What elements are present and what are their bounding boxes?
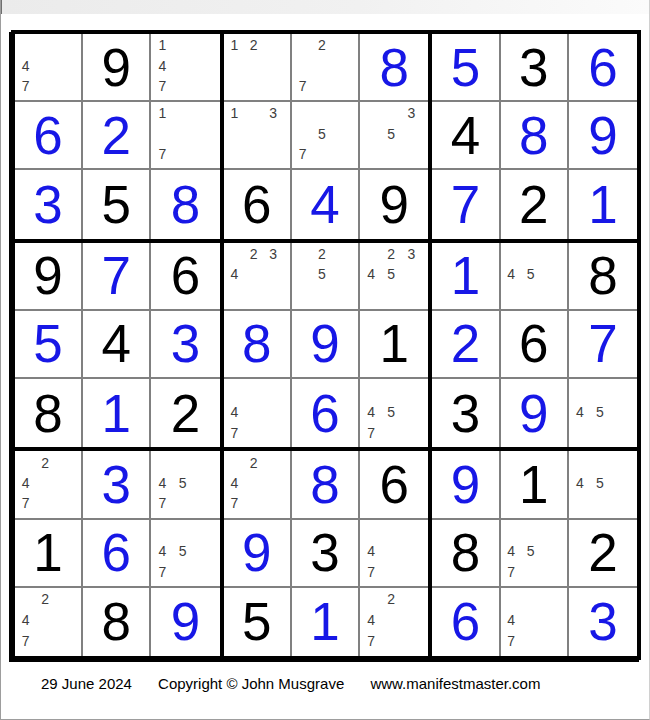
pencil-digit: 4 [152,55,172,75]
entered-digit: 1 [102,387,131,440]
cell-r5c6[interactable]: 1 [360,311,428,379]
pencil-marks: 17 [152,103,212,164]
pencil-digit: 4 [361,541,381,561]
cell-r3c8[interactable]: 2 [501,170,569,238]
entered-digit: 5 [33,317,62,370]
pencil-digit: 5 [312,264,331,284]
pencil-digit: 7 [293,144,312,164]
pencil-marks: 247 [361,589,421,652]
window-top-strip [1,0,649,14]
cell-r6c7[interactable]: 3 [432,379,500,447]
pencil-digit: 4 [152,473,172,493]
entered-digit: 1 [310,595,339,648]
given-digit: 8 [588,249,617,302]
footer-date: 29 June 2024 [41,675,132,692]
pencil-marks: 47 [16,35,74,96]
pencil-digit: 4 [502,541,521,561]
given-digit: 5 [242,595,271,648]
cell-r5c4[interactable]: 8 [224,311,292,379]
entered-digit: 6 [451,595,480,648]
pencil-digit: 4 [152,541,172,561]
cell-r7c5[interactable]: 8 [292,451,360,519]
entered-digit: 2 [451,317,480,370]
cell-r1c6[interactable]: 8 [360,34,428,102]
pencil-digit: 5 [173,473,193,493]
given-digit: 5 [102,178,131,231]
pencil-marks: 457 [502,521,560,582]
pencil-marks: 13 [225,103,283,164]
pencil-digit: 3 [263,103,282,123]
cell-r7c7[interactable]: 9 [432,451,500,519]
entered-digit: 6 [310,387,339,440]
given-digit: 8 [33,387,62,440]
entered-digit: 5 [451,41,480,94]
pencil-digit: 7 [152,561,172,581]
pencil-digit: 2 [244,244,263,264]
entered-digit: 9 [451,458,480,511]
given-digit: 9 [102,41,131,94]
pencil-digit: 5 [381,124,401,144]
pencil-digit: 7 [225,422,244,443]
cell-r8c8[interactable]: 457 [501,520,569,588]
pencil-marks: 45 [502,244,560,305]
cell-r8c4[interactable]: 9 [224,520,292,588]
pencil-digit: 2 [312,244,331,264]
cell-r7c6[interactable]: 6 [360,451,428,519]
entered-digit: 6 [588,41,617,94]
cell-r6c6[interactable]: 457 [360,379,428,447]
cell-r3c9[interactable]: 1 [569,170,637,238]
pencil-digit: 4 [502,264,521,284]
given-digit: 3 [451,387,480,440]
cell-r1c5[interactable]: 27 [292,34,360,102]
given-digit: 8 [102,595,131,648]
cell-r2c9[interactable]: 9 [569,102,637,170]
footer-website: www.manifestmaster.com [370,675,540,692]
cell-r8c2[interactable]: 6 [83,520,151,588]
pencil-digit: 2 [381,244,401,264]
cell-r3c4[interactable]: 6 [224,170,292,238]
pencil-digit: 4 [225,473,244,493]
cell-r5c5[interactable]: 9 [292,311,360,379]
pencil-marks: 457 [361,380,421,443]
cell-r2c1[interactable]: 6 [15,102,83,170]
cell-r7c8[interactable]: 1 [501,451,569,519]
pencil-digit: 4 [361,401,381,422]
pencil-digit: 5 [381,264,401,284]
pencil-marks: 247 [16,452,74,513]
footer: 29 June 2024 Copyright © John Musgrave w… [41,675,540,692]
pencil-digit: 2 [244,35,263,55]
entered-digit: 1 [451,249,480,302]
cell-r3c6[interactable]: 9 [360,170,428,238]
box-2: 12278135735649 [222,32,431,241]
box-5: 234252345891476457 [222,241,431,450]
pencil-marks: 47 [502,589,560,652]
pencil-marks: 57 [293,103,351,164]
box-9: 9145845726473 [430,449,639,658]
pencil-digit: 2 [381,589,401,610]
cell-r7c9[interactable]: 45 [569,451,637,519]
given-digit: 3 [310,526,339,579]
cell-r6c5[interactable]: 6 [292,379,360,447]
pencil-marks: 457 [152,452,212,513]
pencil-digit: 5 [312,124,331,144]
cell-r9c7[interactable]: 6 [432,588,500,656]
cell-r9c2[interactable]: 8 [83,588,151,656]
cell-r9c5[interactable]: 1 [292,588,360,656]
pencil-digit: 7 [361,422,381,443]
pencil-digit: 5 [590,473,610,493]
cell-r3c7[interactable]: 7 [432,170,500,238]
cell-r4c8[interactable]: 45 [501,243,569,311]
entered-digit: 8 [171,178,200,231]
pencil-digit: 5 [521,541,540,561]
cell-r8c7[interactable]: 8 [432,520,500,588]
pencil-marks: 457 [152,521,212,582]
cell-r1c7[interactable]: 5 [432,34,500,102]
entered-digit: 8 [310,458,339,511]
pencil-marks: 12 [225,35,283,96]
cell-r1c1[interactable]: 47 [15,34,83,102]
sudoku-grid: 4791476217358122781357356495364897219765… [11,30,641,660]
cell-r6c8[interactable]: 9 [501,379,569,447]
cell-r3c2[interactable]: 5 [83,170,151,238]
pencil-marks: 47 [361,521,421,582]
box-3: 536489721 [430,32,639,241]
pencil-digit: 2 [312,35,331,55]
pencil-marks: 45 [570,380,630,443]
pencil-digit: 7 [16,631,35,652]
entered-digit: 7 [588,317,617,370]
pencil-digit: 4 [16,473,35,493]
footer-copyright: Copyright © John Musgrave [158,675,344,692]
given-digit: 2 [588,526,617,579]
pencil-digit: 2 [35,452,54,472]
pencil-digit: 3 [401,244,421,264]
cell-r7c4[interactable]: 247 [224,451,292,519]
pencil-digit: 5 [590,401,610,422]
cell-r7c2[interactable]: 3 [83,451,151,519]
pencil-digit: 7 [225,493,244,513]
cell-r1c2[interactable]: 9 [83,34,151,102]
entered-digit: 7 [451,178,480,231]
cell-r4c1[interactable]: 9 [15,243,83,311]
cell-r5c7[interactable]: 2 [432,311,500,379]
pencil-marks: 45 [570,452,630,513]
cell-r3c1[interactable]: 3 [15,170,83,238]
pencil-digit: 4 [16,610,35,631]
cell-r6c2[interactable]: 1 [83,379,151,447]
cell-r5c3[interactable]: 3 [151,311,219,379]
pencil-digit: 2 [35,589,54,610]
cell-r6c1[interactable]: 8 [15,379,83,447]
cell-r4c5[interactable]: 25 [292,243,360,311]
cell-r1c4[interactable]: 12 [224,34,292,102]
pencil-digit: 1 [152,35,172,55]
pencil-digit: 3 [401,103,421,123]
given-digit: 4 [102,317,131,370]
cell-r8c9[interactable]: 2 [569,520,637,588]
pencil-digit: 7 [293,76,312,96]
cell-r9c8[interactable]: 47 [501,588,569,656]
pencil-digit: 7 [16,76,35,96]
pencil-digit: 5 [381,401,401,422]
pencil-marks: 2345 [361,244,421,305]
cell-r1c3[interactable]: 147 [151,34,219,102]
cell-r4c4[interactable]: 234 [224,243,292,311]
cell-r7c1[interactable]: 247 [15,451,83,519]
given-digit: 6 [242,178,271,231]
cell-r2c8[interactable]: 8 [501,102,569,170]
cell-r1c8[interactable]: 3 [501,34,569,102]
entered-digit: 6 [33,109,62,162]
cell-r5c1[interactable]: 5 [15,311,83,379]
given-digit: 9 [379,178,408,231]
entered-digit: 9 [310,317,339,370]
pencil-marks: 47 [225,380,283,443]
pencil-digit: 7 [152,493,172,513]
pencil-digit: 4 [570,401,590,422]
given-digit: 1 [379,317,408,370]
entered-digit: 3 [102,458,131,511]
pencil-digit: 7 [152,144,172,164]
cell-r2c4[interactable]: 13 [224,102,292,170]
cell-r4c9[interactable]: 8 [569,243,637,311]
entered-digit: 9 [519,387,548,440]
pencil-marks: 247 [225,452,283,513]
entered-digit: 9 [588,109,617,162]
pencil-digit: 5 [173,541,193,561]
cell-r2c2[interactable]: 2 [83,102,151,170]
pencil-digit: 1 [225,103,244,123]
cell-r9c6[interactable]: 247 [360,588,428,656]
pencil-digit: 7 [502,631,521,652]
pencil-marks: 247 [16,589,74,652]
given-digit: 3 [519,41,548,94]
pencil-marks: 35 [361,103,421,164]
cell-r2c7[interactable]: 4 [432,102,500,170]
box-1: 4791476217358 [13,32,222,241]
pencil-digit: 1 [152,103,172,123]
cell-r6c4[interactable]: 47 [224,379,292,447]
cell-r7c3[interactable]: 457 [151,451,219,519]
cell-r2c3[interactable]: 17 [151,102,219,170]
cell-r9c1[interactable]: 247 [15,588,83,656]
cell-r2c5[interactable]: 57 [292,102,360,170]
cell-r9c9[interactable]: 3 [569,588,637,656]
pencil-digit: 4 [225,401,244,422]
entered-digit: 3 [588,595,617,648]
cell-r8c6[interactable]: 47 [360,520,428,588]
cell-r5c9[interactable]: 7 [569,311,637,379]
given-digit: 9 [33,249,62,302]
entered-digit: 8 [519,109,548,162]
box-4: 976543812 [13,241,222,450]
pencil-digit: 5 [521,264,540,284]
cell-r8c3[interactable]: 457 [151,520,219,588]
cell-r3c3[interactable]: 8 [151,170,219,238]
cell-r5c8[interactable]: 6 [501,311,569,379]
cell-r4c3[interactable]: 6 [151,243,219,311]
given-digit: 2 [171,387,200,440]
entered-digit: 9 [171,595,200,648]
cell-r6c9[interactable]: 45 [569,379,637,447]
entered-digit: 4 [310,178,339,231]
pencil-marks: 27 [293,35,351,96]
cell-r2c6[interactable]: 35 [360,102,428,170]
cell-r4c2[interactable]: 7 [83,243,151,311]
cell-r9c4[interactable]: 5 [224,588,292,656]
cell-r1c9[interactable]: 6 [569,34,637,102]
pencil-marks: 147 [152,35,212,96]
given-digit: 6 [519,317,548,370]
cell-r9c3[interactable]: 9 [151,588,219,656]
entered-digit: 6 [102,526,131,579]
pencil-digit: 4 [570,473,590,493]
entered-digit: 9 [242,526,271,579]
pencil-digit: 4 [502,610,521,631]
pencil-marks: 25 [293,244,351,305]
cell-r3c5[interactable]: 4 [292,170,360,238]
entered-digit: 3 [171,317,200,370]
given-digit: 1 [33,526,62,579]
pencil-digit: 3 [263,244,282,264]
pencil-digit: 7 [502,561,521,581]
pencil-digit: 4 [361,610,381,631]
entered-digit: 3 [33,178,62,231]
box-6: 14582673945 [430,241,639,450]
pencil-digit: 7 [361,561,381,581]
box-8: 24786934751247 [222,449,431,658]
entered-digit: 8 [242,317,271,370]
pencil-digit: 7 [152,76,172,96]
pencil-marks: 234 [225,244,283,305]
given-digit: 6 [171,249,200,302]
pencil-digit: 7 [361,631,381,652]
box-7: 24734571645724789 [13,449,222,658]
sudoku-page: 4791476217358122781357356495364897219765… [0,0,650,720]
cell-r6c3[interactable]: 2 [151,379,219,447]
pencil-digit: 2 [244,452,263,472]
entered-digit: 8 [379,41,408,94]
pencil-digit: 4 [16,55,35,75]
pencil-digit: 7 [16,493,35,513]
given-digit: 1 [519,458,548,511]
given-digit: 8 [451,526,480,579]
entered-digit: 1 [588,178,617,231]
given-digit: 4 [451,109,480,162]
entered-digit: 7 [102,249,131,302]
pencil-digit: 1 [225,35,244,55]
pencil-digit: 4 [225,264,244,284]
entered-digit: 2 [102,109,131,162]
cell-r8c5[interactable]: 3 [292,520,360,588]
cell-r4c7[interactable]: 1 [432,243,500,311]
given-digit: 2 [519,178,548,231]
cell-r5c2[interactable]: 4 [83,311,151,379]
cell-r4c6[interactable]: 2345 [360,243,428,311]
cell-r8c1[interactable]: 1 [15,520,83,588]
given-digit: 6 [379,458,408,511]
pencil-digit: 4 [361,264,381,284]
